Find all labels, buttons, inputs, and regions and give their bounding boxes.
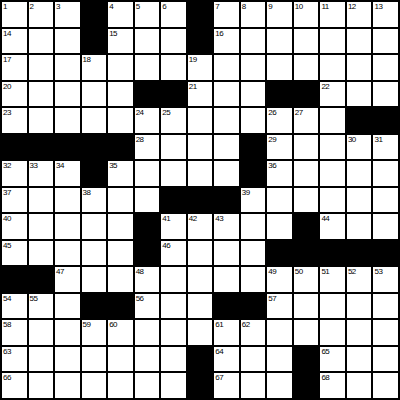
blocked-cell xyxy=(241,161,266,186)
grid-cell[interactable]: 31 xyxy=(373,135,398,160)
clue-number: 43 xyxy=(215,214,223,223)
grid-cell[interactable]: 39 xyxy=(241,188,266,213)
grid-cell[interactable]: 57 xyxy=(267,294,292,319)
blocked-cell xyxy=(294,373,319,398)
grid-cell[interactable] xyxy=(320,294,345,319)
grid-cell[interactable]: 11 xyxy=(320,2,345,27)
clue-number: 39 xyxy=(242,188,250,197)
grid-cell[interactable] xyxy=(108,108,133,133)
grid-cell[interactable] xyxy=(82,214,107,239)
grid-cell[interactable] xyxy=(135,320,160,345)
clue-number: 7 xyxy=(215,2,219,11)
grid-cell[interactable] xyxy=(108,188,133,213)
grid-cell[interactable] xyxy=(188,161,213,186)
grid-cell[interactable] xyxy=(241,214,266,239)
clue-number: 57 xyxy=(268,294,276,303)
blocked-cell xyxy=(347,241,372,266)
grid-cell[interactable]: 61 xyxy=(214,320,239,345)
grid-cell[interactable]: 66 xyxy=(2,373,27,398)
grid-cell[interactable]: 21 xyxy=(188,82,213,107)
grid-cell[interactable] xyxy=(55,347,80,372)
blocked-cell xyxy=(241,294,266,319)
clue-number: 56 xyxy=(136,294,144,303)
blocked-cell xyxy=(135,82,160,107)
grid-cell[interactable] xyxy=(55,55,80,80)
grid-cell[interactable] xyxy=(347,29,372,54)
blocked-cell xyxy=(373,108,398,133)
clue-number: 59 xyxy=(83,320,91,329)
grid-cell[interactable] xyxy=(29,29,54,54)
grid-cell[interactable] xyxy=(373,347,398,372)
grid-cell[interactable] xyxy=(214,55,239,80)
grid-cell[interactable]: 42 xyxy=(188,214,213,239)
grid-cell[interactable]: 48 xyxy=(135,267,160,292)
grid-cell[interactable]: 60 xyxy=(108,320,133,345)
grid-cell[interactable] xyxy=(347,188,372,213)
blocked-cell xyxy=(294,82,319,107)
clue-number: 1 xyxy=(3,2,7,11)
clue-number: 24 xyxy=(136,108,144,117)
clue-number: 42 xyxy=(189,214,197,223)
grid-cell[interactable] xyxy=(29,82,54,107)
blocked-cell xyxy=(82,29,107,54)
grid-cell[interactable]: 7 xyxy=(214,2,239,27)
clue-number: 33 xyxy=(30,161,38,170)
grid-cell[interactable]: 27 xyxy=(294,108,319,133)
blocked-cell xyxy=(55,135,80,160)
clue-number: 8 xyxy=(242,2,246,11)
grid-cell[interactable] xyxy=(241,108,266,133)
grid-cell[interactable] xyxy=(373,188,398,213)
grid-cell[interactable] xyxy=(320,108,345,133)
grid-cell[interactable] xyxy=(347,55,372,80)
grid-cell[interactable] xyxy=(29,241,54,266)
grid-cell[interactable] xyxy=(241,241,266,266)
grid-cell[interactable] xyxy=(294,320,319,345)
grid-cell[interactable]: 1 xyxy=(2,2,27,27)
grid-cell[interactable]: 23 xyxy=(2,108,27,133)
grid-cell[interactable]: 38 xyxy=(82,188,107,213)
grid-cell[interactable]: 37 xyxy=(2,188,27,213)
grid-cell[interactable] xyxy=(241,82,266,107)
blocked-cell xyxy=(135,241,160,266)
grid-cell[interactable]: 67 xyxy=(214,373,239,398)
blocked-cell xyxy=(82,161,107,186)
grid-cell[interactable] xyxy=(29,55,54,80)
grid-cell[interactable] xyxy=(108,241,133,266)
blocked-cell xyxy=(267,82,292,107)
grid-cell[interactable] xyxy=(82,267,107,292)
clue-number: 12 xyxy=(348,2,356,11)
grid-cell[interactable]: 55 xyxy=(29,294,54,319)
clue-number: 2 xyxy=(30,2,34,11)
grid-cell[interactable]: 45 xyxy=(2,241,27,266)
grid-cell[interactable] xyxy=(55,214,80,239)
blocked-cell xyxy=(29,267,54,292)
blocked-cell xyxy=(188,2,213,27)
grid-cell[interactable] xyxy=(55,29,80,54)
blocked-cell xyxy=(294,347,319,372)
clue-number: 65 xyxy=(321,347,329,356)
clue-number: 29 xyxy=(268,135,276,144)
blocked-cell xyxy=(82,135,107,160)
grid-cell[interactable] xyxy=(161,347,186,372)
clue-number: 19 xyxy=(189,55,197,64)
grid-cell[interactable] xyxy=(108,55,133,80)
grid-cell[interactable] xyxy=(267,188,292,213)
grid-cell[interactable] xyxy=(241,29,266,54)
grid-cell[interactable] xyxy=(373,55,398,80)
blocked-cell xyxy=(347,108,372,133)
clue-number: 30 xyxy=(348,135,356,144)
crossword-grid: 1234567891011121314151617181920212223242… xyxy=(0,0,400,400)
grid-cell[interactable] xyxy=(55,294,80,319)
grid-cell[interactable]: 59 xyxy=(82,320,107,345)
grid-cell[interactable]: 34 xyxy=(55,161,80,186)
blocked-cell xyxy=(29,135,54,160)
clue-number: 9 xyxy=(268,2,272,11)
grid-cell[interactable]: 43 xyxy=(214,214,239,239)
grid-cell[interactable]: 46 xyxy=(161,241,186,266)
grid-cell[interactable]: 30 xyxy=(347,135,372,160)
grid-cell[interactable] xyxy=(267,320,292,345)
grid-cell[interactable] xyxy=(241,347,266,372)
grid-cell[interactable] xyxy=(55,241,80,266)
clue-number: 3 xyxy=(56,2,60,11)
grid-cell[interactable]: 17 xyxy=(2,55,27,80)
grid-cell[interactable] xyxy=(82,108,107,133)
grid-cell[interactable] xyxy=(135,373,160,398)
grid-cell[interactable]: 4 xyxy=(108,2,133,27)
clue-number: 66 xyxy=(3,373,11,382)
grid-cell[interactable] xyxy=(347,82,372,107)
clue-number: 17 xyxy=(3,55,11,64)
clue-number: 67 xyxy=(215,373,223,382)
grid-cell[interactable] xyxy=(55,82,80,107)
clue-number: 36 xyxy=(268,161,276,170)
clue-number: 34 xyxy=(56,161,64,170)
clue-number: 20 xyxy=(3,82,11,91)
grid-cell[interactable] xyxy=(294,161,319,186)
grid-cell[interactable] xyxy=(108,214,133,239)
grid-cell[interactable] xyxy=(55,188,80,213)
clue-number: 52 xyxy=(348,267,356,276)
blocked-cell xyxy=(188,188,213,213)
grid-cell[interactable] xyxy=(161,135,186,160)
clue-number: 60 xyxy=(109,320,117,329)
blocked-cell xyxy=(188,29,213,54)
grid-cell[interactable] xyxy=(373,214,398,239)
grid-cell[interactable]: 68 xyxy=(320,373,345,398)
grid-cell[interactable] xyxy=(214,161,239,186)
grid-cell[interactable]: 29 xyxy=(267,135,292,160)
grid-cell[interactable]: 2 xyxy=(29,2,54,27)
clue-number: 68 xyxy=(321,373,329,382)
grid-cell[interactable] xyxy=(241,55,266,80)
grid-cell[interactable]: 62 xyxy=(241,320,266,345)
grid-cell[interactable]: 13 xyxy=(373,2,398,27)
clue-number: 50 xyxy=(295,267,303,276)
grid-cell[interactable] xyxy=(214,82,239,107)
clue-number: 32 xyxy=(3,161,11,170)
grid-cell[interactable] xyxy=(320,55,345,80)
grid-cell[interactable] xyxy=(294,188,319,213)
clue-number: 21 xyxy=(189,82,197,91)
clue-number: 10 xyxy=(295,2,303,11)
blocked-cell xyxy=(135,214,160,239)
grid-cell[interactable] xyxy=(214,267,239,292)
grid-cell[interactable] xyxy=(267,347,292,372)
clue-number: 31 xyxy=(374,135,382,144)
grid-cell[interactable]: 16 xyxy=(214,29,239,54)
grid-cell[interactable] xyxy=(188,294,213,319)
clue-number: 28 xyxy=(136,135,144,144)
blocked-cell xyxy=(214,188,239,213)
blocked-cell xyxy=(108,135,133,160)
grid-cell[interactable] xyxy=(135,347,160,372)
blocked-cell xyxy=(82,294,107,319)
clue-number: 48 xyxy=(136,267,144,276)
grid-cell[interactable] xyxy=(214,241,239,266)
grid-cell[interactable] xyxy=(294,135,319,160)
blocked-cell xyxy=(214,294,239,319)
grid-cell[interactable] xyxy=(55,108,80,133)
grid-cell[interactable] xyxy=(373,161,398,186)
grid-cell[interactable] xyxy=(373,373,398,398)
grid-cell[interactable] xyxy=(82,373,107,398)
blocked-cell xyxy=(161,188,186,213)
blocked-cell xyxy=(188,347,213,372)
grid-cell[interactable] xyxy=(161,320,186,345)
clue-number: 62 xyxy=(242,320,250,329)
clue-number: 16 xyxy=(215,29,223,38)
clue-number: 23 xyxy=(3,108,11,117)
clue-number: 49 xyxy=(268,267,276,276)
grid-cell[interactable] xyxy=(267,55,292,80)
grid-cell[interactable]: 20 xyxy=(2,82,27,107)
clue-number: 4 xyxy=(109,2,113,11)
clue-number: 40 xyxy=(3,214,11,223)
clue-number: 22 xyxy=(321,82,329,91)
grid-cell[interactable]: 50 xyxy=(294,267,319,292)
grid-cell[interactable]: 35 xyxy=(108,161,133,186)
blocked-cell xyxy=(241,135,266,160)
grid-cell[interactable]: 25 xyxy=(161,108,186,133)
grid-cell[interactable]: 49 xyxy=(267,267,292,292)
grid-cell[interactable]: 19 xyxy=(188,55,213,80)
clue-number: 44 xyxy=(321,214,329,223)
clue-number: 25 xyxy=(162,108,170,117)
grid-cell[interactable] xyxy=(161,267,186,292)
grid-cell[interactable] xyxy=(82,347,107,372)
grid-cell[interactable] xyxy=(320,320,345,345)
grid-cell[interactable] xyxy=(29,320,54,345)
grid-cell[interactable] xyxy=(29,373,54,398)
blocked-cell xyxy=(294,214,319,239)
grid-cell[interactable]: 36 xyxy=(267,161,292,186)
clue-number: 51 xyxy=(321,267,329,276)
grid-cell[interactable] xyxy=(135,29,160,54)
clue-number: 6 xyxy=(162,2,166,11)
grid-cell[interactable] xyxy=(347,320,372,345)
clue-number: 47 xyxy=(56,267,64,276)
grid-cell[interactable] xyxy=(373,294,398,319)
grid-cell[interactable]: 54 xyxy=(2,294,27,319)
grid-cell[interactable]: 53 xyxy=(373,267,398,292)
grid-cell[interactable]: 51 xyxy=(320,267,345,292)
grid-cell[interactable] xyxy=(135,55,160,80)
blocked-cell xyxy=(320,241,345,266)
grid-cell[interactable] xyxy=(188,135,213,160)
grid-cell[interactable] xyxy=(161,161,186,186)
clue-number: 38 xyxy=(83,188,91,197)
grid-cell[interactable]: 64 xyxy=(214,347,239,372)
grid-cell[interactable] xyxy=(82,241,107,266)
grid-cell[interactable]: 9 xyxy=(267,2,292,27)
grid-cell[interactable] xyxy=(320,29,345,54)
grid-cell[interactable]: 15 xyxy=(108,29,133,54)
grid-cell[interactable] xyxy=(108,267,133,292)
grid-cell[interactable] xyxy=(29,188,54,213)
grid-cell[interactable] xyxy=(347,161,372,186)
grid-cell[interactable] xyxy=(161,373,186,398)
clue-number: 26 xyxy=(268,108,276,117)
clue-number: 15 xyxy=(109,29,117,38)
grid-cell[interactable]: 14 xyxy=(2,29,27,54)
clue-number: 61 xyxy=(215,320,223,329)
grid-cell[interactable] xyxy=(373,320,398,345)
grid-cell[interactable]: 32 xyxy=(2,161,27,186)
grid-cell[interactable] xyxy=(161,294,186,319)
grid-cell[interactable]: 22 xyxy=(320,82,345,107)
grid-cell[interactable]: 8 xyxy=(241,2,266,27)
clue-number: 63 xyxy=(3,347,11,356)
grid-cell[interactable] xyxy=(29,214,54,239)
clue-number: 41 xyxy=(162,214,170,223)
grid-cell[interactable]: 58 xyxy=(2,320,27,345)
blocked-cell xyxy=(373,241,398,266)
grid-cell[interactable]: 26 xyxy=(267,108,292,133)
grid-cell[interactable] xyxy=(320,161,345,186)
grid-cell[interactable] xyxy=(347,373,372,398)
blocked-cell xyxy=(108,294,133,319)
clue-number: 64 xyxy=(215,347,223,356)
grid-cell[interactable]: 6 xyxy=(161,2,186,27)
grid-cell[interactable]: 18 xyxy=(82,55,107,80)
grid-cell[interactable] xyxy=(214,108,239,133)
grid-cell[interactable] xyxy=(267,29,292,54)
grid-cell[interactable]: 44 xyxy=(320,214,345,239)
blocked-cell xyxy=(2,135,27,160)
grid-cell[interactable]: 40 xyxy=(2,214,27,239)
grid-cell[interactable] xyxy=(188,267,213,292)
grid-cell[interactable]: 10 xyxy=(294,2,319,27)
grid-cell[interactable] xyxy=(29,347,54,372)
grid-cell[interactable]: 56 xyxy=(135,294,160,319)
clue-number: 58 xyxy=(3,320,11,329)
blocked-cell xyxy=(2,267,27,292)
clue-number: 45 xyxy=(3,241,11,250)
grid-cell[interactable] xyxy=(161,55,186,80)
grid-cell[interactable] xyxy=(373,82,398,107)
grid-cell[interactable] xyxy=(108,82,133,107)
grid-cell[interactable] xyxy=(373,29,398,54)
grid-cell[interactable] xyxy=(241,373,266,398)
grid-cell[interactable]: 47 xyxy=(55,267,80,292)
blocked-cell xyxy=(294,241,319,266)
clue-number: 35 xyxy=(109,161,117,170)
clue-number: 37 xyxy=(3,188,11,197)
clue-number: 53 xyxy=(374,267,382,276)
grid-cell[interactable] xyxy=(188,241,213,266)
grid-cell[interactable] xyxy=(135,161,160,186)
grid-cell[interactable] xyxy=(267,373,292,398)
clue-number: 55 xyxy=(30,294,38,303)
grid-cell[interactable] xyxy=(294,294,319,319)
blocked-cell xyxy=(188,373,213,398)
grid-cell[interactable] xyxy=(108,347,133,372)
grid-cell[interactable] xyxy=(320,135,345,160)
grid-cell[interactable] xyxy=(29,108,54,133)
grid-cell[interactable] xyxy=(188,320,213,345)
clue-number: 11 xyxy=(321,2,328,11)
grid-cell[interactable] xyxy=(55,320,80,345)
grid-cell[interactable] xyxy=(320,188,345,213)
grid-cell[interactable]: 28 xyxy=(135,135,160,160)
grid-cell[interactable]: 63 xyxy=(2,347,27,372)
blocked-cell xyxy=(82,2,107,27)
grid-cell[interactable] xyxy=(267,214,292,239)
grid-cell[interactable] xyxy=(294,29,319,54)
blocked-cell xyxy=(161,82,186,107)
grid-cell[interactable]: 24 xyxy=(135,108,160,133)
grid-cell[interactable] xyxy=(347,214,372,239)
grid-cell[interactable] xyxy=(294,55,319,80)
grid-cell[interactable]: 33 xyxy=(29,161,54,186)
grid-cell[interactable] xyxy=(55,373,80,398)
grid-cell[interactable] xyxy=(82,82,107,107)
grid-cell[interactable] xyxy=(188,108,213,133)
clue-number: 14 xyxy=(3,29,11,38)
grid-cell[interactable]: 65 xyxy=(320,347,345,372)
clue-number: 46 xyxy=(162,241,170,250)
grid-cell[interactable] xyxy=(347,347,372,372)
clue-number: 5 xyxy=(136,2,140,11)
clue-number: 27 xyxy=(295,108,303,117)
grid-cell[interactable]: 12 xyxy=(347,2,372,27)
clue-number: 18 xyxy=(83,55,91,64)
grid-cell[interactable] xyxy=(347,294,372,319)
grid-cell[interactable] xyxy=(214,135,239,160)
grid-cell[interactable] xyxy=(161,29,186,54)
clue-number: 54 xyxy=(3,294,11,303)
grid-cell[interactable]: 52 xyxy=(347,267,372,292)
clue-number: 13 xyxy=(374,2,382,11)
grid-cell[interactable] xyxy=(241,267,266,292)
grid-cell[interactable]: 5 xyxy=(135,2,160,27)
grid-cell[interactable]: 41 xyxy=(161,214,186,239)
grid-cell[interactable] xyxy=(108,373,133,398)
grid-cell[interactable] xyxy=(135,188,160,213)
grid-cell[interactable]: 3 xyxy=(55,2,80,27)
blocked-cell xyxy=(267,241,292,266)
